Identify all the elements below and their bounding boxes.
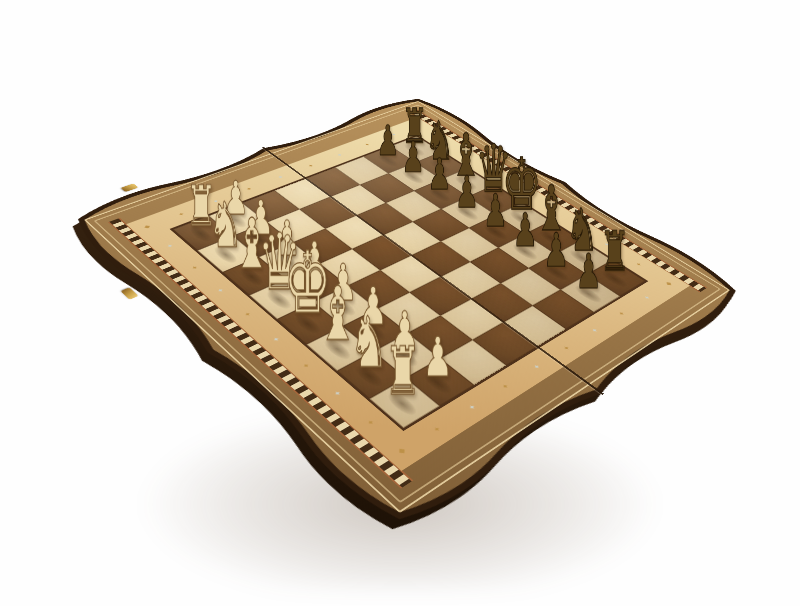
- piece-black-pawn[interactable]: ♟: [562, 248, 615, 293]
- margin-inlay-icon: ✦: [276, 175, 285, 180]
- margin-inlay-icon: ✦: [306, 163, 315, 168]
- margin-inlay-icon: ✦: [335, 153, 344, 157]
- piece-white-rook[interactable]: ♜: [371, 341, 433, 404]
- chess-board: ✦✦✦✦✦✦✦✦✦✦✦✦✦✦✦✦✦✦✦✦✦✦✦✦✦✦✦✦✦✦✦✦◆◆◆◆ ♜♞♝…: [52, 89, 760, 547]
- margin-inlay-icon: ✦: [331, 389, 343, 397]
- corner-inlay-icon: ◆: [665, 281, 674, 287]
- camera-tilt: ✦✦✦✦✦✦✦✦✦✦✦✦✦✦✦✦✦✦✦✦✦✦✦✦✦✦✦✦✦✦✦✦◆◆◆◆ ♜♞♝…: [0, 0, 800, 606]
- perspective-scene: ✦✦✦✦✦✦✦✦✦✦✦✦✦✦✦✦✦✦✦✦✦✦✦✦✦✦✦✦✦✦✦✦◆◆◆◆ ♜♞♝…: [0, 0, 800, 606]
- product-photo-stage: ✦✦✦✦✦✦✦✦✦✦✦✦✦✦✦✦✦✦✦✦✦✦✦✦✦✦✦✦✦✦✦✦◆◆◆◆ ♜♞♝…: [0, 0, 800, 606]
